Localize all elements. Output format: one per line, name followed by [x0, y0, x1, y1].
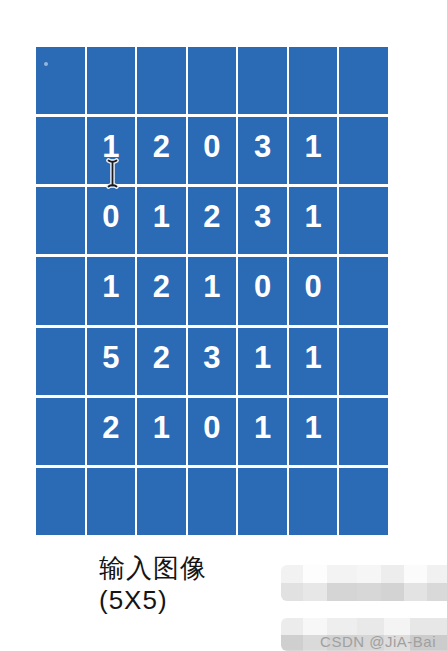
- grid-cell: 1: [289, 328, 338, 395]
- grid-cell-empty: [339, 398, 388, 465]
- grid-cell-empty: [339, 468, 388, 535]
- grid-cell-empty: [339, 47, 388, 114]
- grid-cell-empty: [289, 47, 338, 114]
- grid-cell-empty: [238, 468, 287, 535]
- grid-cell-empty: [36, 187, 85, 254]
- artifact-dot: [44, 62, 48, 66]
- grid-cell: 1: [289, 117, 338, 184]
- grid-cell: 0: [188, 117, 237, 184]
- grid-cell-empty: [339, 187, 388, 254]
- blurred-watermark-patch-bottom: CSDN @JiA-Bai: [281, 618, 447, 651]
- grid-cell-empty: [36, 257, 85, 324]
- grid-cell-empty: [36, 117, 85, 184]
- grid-cell: 3: [238, 187, 287, 254]
- grid-cell-empty: [137, 468, 186, 535]
- grid-cell-empty: [339, 117, 388, 184]
- caption-line2: (5X5): [99, 584, 207, 616]
- grid-cell: 3: [238, 117, 287, 184]
- grid-cell-empty: [87, 47, 136, 114]
- grid-cell: 1: [188, 257, 237, 324]
- page: 1203101231121005231121011 输入图像 (5X5) CSD…: [0, 0, 447, 651]
- grid-cell-empty: [188, 468, 237, 535]
- grid-cell-empty: [36, 328, 85, 395]
- csdn-watermark: CSDN @JiA-Bai: [320, 633, 436, 650]
- grid-cell: 5: [87, 328, 136, 395]
- grid-cell: 0: [188, 398, 237, 465]
- grid-cell-empty: [36, 468, 85, 535]
- grid-cell: 2: [137, 328, 186, 395]
- grid-cell: 3: [188, 328, 237, 395]
- grid-cell: 2: [137, 117, 186, 184]
- grid-cell-empty: [137, 47, 186, 114]
- grid-cell: 1: [137, 398, 186, 465]
- grid-cell: 1: [289, 398, 338, 465]
- input-image-grid: 1203101231121005231121011: [36, 47, 388, 535]
- grid-cell-empty: [339, 328, 388, 395]
- grid-cell: 0: [238, 257, 287, 324]
- grid-cell-empty: [87, 468, 136, 535]
- blurred-watermark-patch-top: [281, 565, 447, 601]
- grid-cell: 0: [87, 187, 136, 254]
- grid-cell: 1: [87, 257, 136, 324]
- grid-cell-empty: [238, 47, 287, 114]
- grid-cell-empty: [188, 47, 237, 114]
- grid-cell: 2: [87, 398, 136, 465]
- grid-cell-empty: [36, 398, 85, 465]
- caption: 输入图像 (5X5): [99, 552, 207, 616]
- caption-line1: 输入图像: [99, 552, 207, 584]
- grid-cell: 2: [188, 187, 237, 254]
- grid-cell: 1: [289, 187, 338, 254]
- grid-cell: 1: [238, 328, 287, 395]
- grid-cell-empty: [339, 257, 388, 324]
- grid-cell: 1: [137, 187, 186, 254]
- grid-cell: 2: [137, 257, 186, 324]
- grid-cell-empty: [289, 468, 338, 535]
- text-cursor-icon: [106, 158, 119, 189]
- grid-cell-empty: [36, 47, 85, 114]
- grid-cell: 0: [289, 257, 338, 324]
- grid-cell: 1: [238, 398, 287, 465]
